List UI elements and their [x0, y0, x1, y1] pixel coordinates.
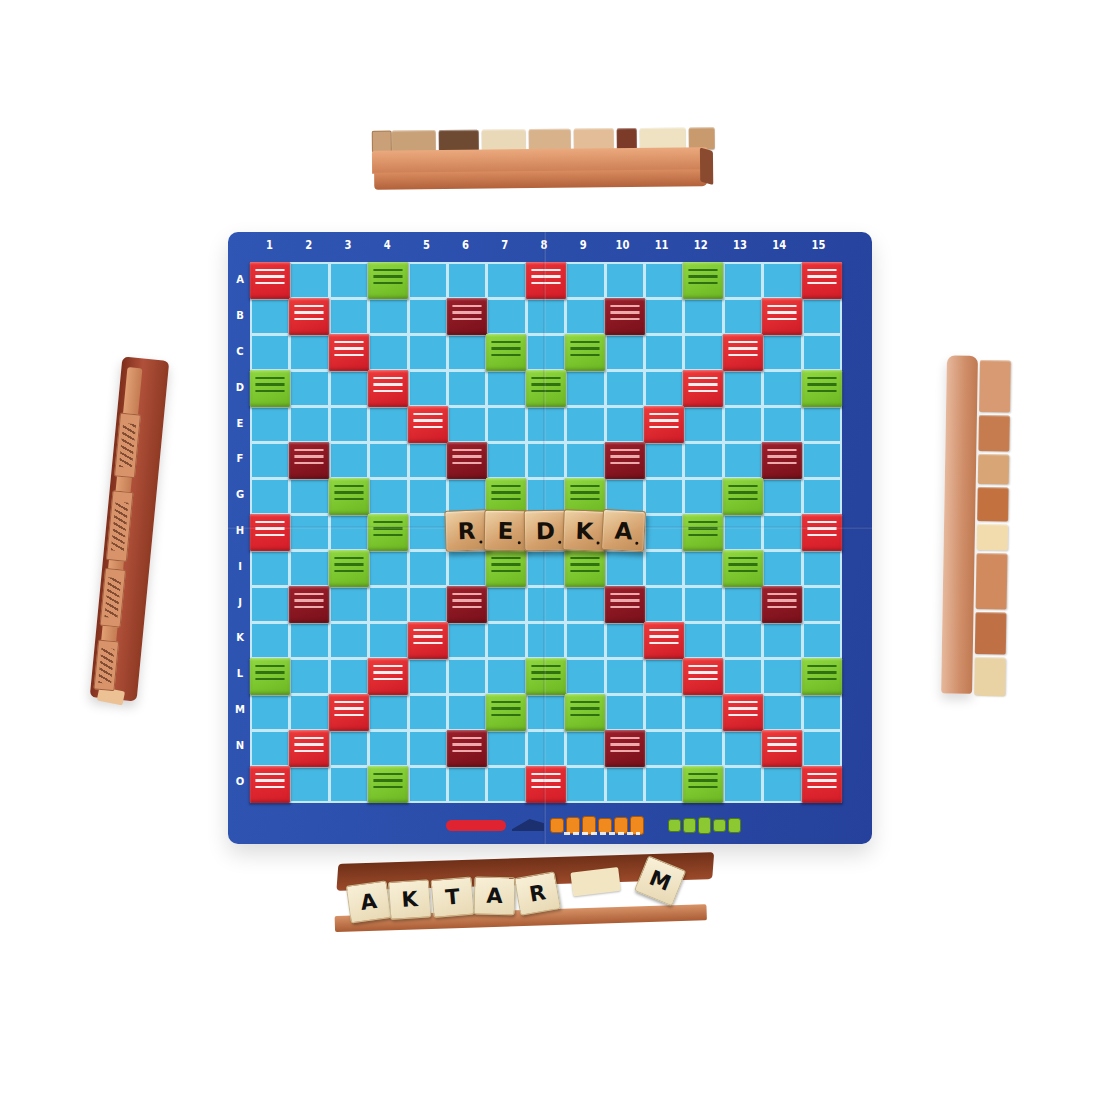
board-cell-E9[interactable] — [567, 408, 603, 441]
board-cell-I8[interactable] — [528, 552, 564, 585]
board-cell-D10[interactable] — [607, 372, 643, 405]
board-cell-J10[interactable] — [604, 586, 645, 623]
board-cell-O12[interactable] — [683, 766, 724, 803]
logo-green-letter-block — [713, 819, 726, 832]
board-cell-I14[interactable] — [764, 552, 800, 585]
board-cell-K2[interactable] — [291, 624, 327, 657]
board-cell-A7[interactable] — [488, 264, 524, 297]
board-cell-I3[interactable] — [329, 550, 370, 587]
board-cell-N7[interactable] — [488, 732, 524, 765]
board-cell-N11[interactable] — [646, 732, 682, 765]
board-cell-H4[interactable] — [368, 514, 409, 551]
board-cell-G6[interactable] — [449, 480, 485, 513]
logo-orange-letter-block — [614, 817, 628, 834]
board-cell-O6[interactable] — [449, 768, 485, 801]
board-cell-G13[interactable] — [723, 478, 764, 515]
board-cell-O1[interactable] — [250, 766, 291, 803]
logo-green-letter-block — [728, 818, 741, 833]
board-cell-D5[interactable] — [410, 372, 446, 405]
logo-green-letter-block — [683, 818, 696, 833]
board-cell-A2[interactable] — [291, 264, 327, 297]
board-cell-A11[interactable] — [646, 264, 682, 297]
board-cell-C7[interactable] — [486, 334, 527, 371]
flat-tile-back[interactable] — [570, 867, 621, 897]
board-cell-M13[interactable] — [723, 694, 764, 731]
row-label-G: G — [232, 477, 248, 513]
board-cell-B5[interactable] — [410, 300, 446, 333]
board-cell-I7[interactable] — [486, 550, 527, 587]
rack-tile-K-2[interactable]: K — [388, 879, 431, 920]
board-cell-J1[interactable] — [252, 588, 288, 621]
board-cell-G15[interactable] — [804, 480, 840, 513]
row-label-J: J — [232, 584, 248, 620]
board-cell-F12[interactable] — [685, 444, 721, 477]
board-cell-E4[interactable] — [370, 408, 406, 441]
board-cell-M8[interactable] — [528, 696, 564, 729]
board-cell-O3[interactable] — [331, 768, 367, 801]
board-cell-H12[interactable] — [683, 514, 724, 551]
column-label-2: 2 — [289, 239, 328, 260]
board-cell-J11[interactable] — [646, 588, 682, 621]
board-cell-L3[interactable] — [331, 660, 367, 693]
board-cell-M2[interactable] — [291, 696, 327, 729]
face-down-tile-left-3[interactable] — [100, 568, 126, 628]
board-cell-K4[interactable] — [370, 624, 406, 657]
board-cell-C3[interactable] — [329, 334, 370, 371]
board-cell-D15[interactable] — [801, 370, 842, 407]
row-label-L: L — [232, 656, 248, 692]
logo-swoosh-icon — [512, 819, 544, 831]
board-cell-E10[interactable] — [607, 408, 643, 441]
board-cell-E5[interactable] — [407, 406, 448, 443]
board-cell-B4[interactable] — [370, 300, 406, 333]
board-cell-C9[interactable] — [565, 334, 606, 371]
tile-letter: D — [535, 517, 555, 543]
row-label-D: D — [232, 369, 248, 405]
board-cell-O2[interactable] — [291, 768, 327, 801]
board-cell-O7[interactable] — [488, 768, 524, 801]
board-cell-H2[interactable] — [291, 516, 327, 549]
board-cell-A14[interactable] — [764, 264, 800, 297]
board-cell-H13[interactable] — [725, 516, 761, 549]
board-cell-L11[interactable] — [646, 660, 682, 693]
row-label-H: H — [232, 513, 248, 549]
board-cell-N2[interactable] — [289, 730, 330, 767]
board-cell-I2[interactable] — [291, 552, 327, 585]
board-cell-B7[interactable] — [488, 300, 524, 333]
board-cell-J15[interactable] — [804, 588, 840, 621]
logo-orange-letter-block — [598, 818, 612, 833]
board-cell-K15[interactable] — [804, 624, 840, 657]
board-cell-C13[interactable] — [723, 334, 764, 371]
board-cell-L8[interactable] — [526, 658, 567, 695]
board-cell-C1[interactable] — [252, 336, 288, 369]
board-cell-J2[interactable] — [289, 586, 330, 623]
board-cell-J4[interactable] — [370, 588, 406, 621]
board-cell-M12[interactable] — [685, 696, 721, 729]
board-cell-J9[interactable] — [567, 588, 603, 621]
board-cell-D2[interactable] — [291, 372, 327, 405]
board-cell-J3[interactable] — [331, 588, 367, 621]
rack-foot — [979, 662, 1006, 696]
board-cell-N12[interactable] — [685, 732, 721, 765]
board-cell-F11[interactable] — [646, 444, 682, 477]
board-cell-G10[interactable] — [607, 480, 643, 513]
tile-letter: A — [614, 517, 633, 544]
face-down-tile-top-8[interactable] — [689, 127, 715, 149]
board-cell-E14[interactable] — [764, 408, 800, 441]
board-cell-O13[interactable] — [725, 768, 761, 801]
board-cell-J8[interactable] — [528, 588, 564, 621]
board-cell-I13[interactable] — [723, 550, 764, 587]
board-cell-M3[interactable] — [329, 694, 370, 731]
tile-D-H8[interactable]: D — [523, 509, 567, 551]
board-cell-C2[interactable] — [291, 336, 327, 369]
rack-tile-A-1[interactable]: A — [346, 880, 392, 923]
face-down-tile-right-1[interactable] — [979, 360, 1011, 413]
face-down-tile-right-7[interactable] — [975, 612, 1007, 655]
scrabble-board: 123456789101112131415 ABCDEFGHIJKLMNO RE… — [228, 232, 872, 844]
board-cell-J13[interactable] — [725, 588, 761, 621]
board-cell-O11[interactable] — [646, 768, 682, 801]
board-cell-N4[interactable] — [370, 732, 406, 765]
board-cell-F13[interactable] — [725, 444, 761, 477]
face-down-tile-top-2[interactable] — [439, 130, 479, 152]
board-cell-I4[interactable] — [370, 552, 406, 585]
board-cell-M6[interactable] — [449, 696, 485, 729]
row-label-C: C — [232, 334, 248, 370]
face-down-tile-left-4[interactable] — [93, 640, 119, 692]
row-label-M: M — [232, 692, 248, 728]
board-cell-F9[interactable] — [567, 444, 603, 477]
board-cell-N8[interactable] — [528, 732, 564, 765]
tile-rack-right[interactable] — [935, 355, 1019, 698]
board-cell-K13[interactable] — [725, 624, 761, 657]
face-down-tile-right-4[interactable] — [977, 487, 1009, 522]
column-label-3: 3 — [328, 239, 367, 260]
rack-tile-A-4[interactable]: A — [474, 877, 516, 916]
row-label-F: F — [232, 441, 248, 477]
board-cell-C4[interactable] — [370, 336, 406, 369]
board-cell-H3[interactable] — [331, 516, 367, 549]
face-down-tile-top-6[interactable] — [617, 128, 637, 150]
board-cell-F4[interactable] — [370, 444, 406, 477]
board-cell-I11[interactable] — [646, 552, 682, 585]
board-cell-K6[interactable] — [449, 624, 485, 657]
row-label-O: O — [232, 763, 248, 799]
board-cell-F7[interactable] — [488, 444, 524, 477]
board-cell-L7[interactable] — [488, 660, 524, 693]
board-cell-N14[interactable] — [762, 730, 803, 767]
board-cell-F15[interactable] — [804, 444, 840, 477]
board-cell-C10[interactable] — [607, 336, 643, 369]
tile-rack-bottom[interactable]: AKTARM — [333, 844, 716, 944]
board-cell-L13[interactable] — [725, 660, 761, 693]
board-cell-E1[interactable] — [252, 408, 288, 441]
board-cell-O4[interactable] — [368, 766, 409, 803]
board-cell-C11[interactable] — [646, 336, 682, 369]
logo-tagline-text — [564, 832, 640, 835]
board-cell-B10[interactable] — [604, 298, 645, 335]
board-cell-E7[interactable] — [488, 408, 524, 441]
board-cell-D13[interactable] — [725, 372, 761, 405]
board-cell-B9[interactable] — [567, 300, 603, 333]
board-cell-L9[interactable] — [567, 660, 603, 693]
board-cell-L10[interactable] — [607, 660, 643, 693]
board-cell-M1[interactable] — [252, 696, 288, 729]
board-cell-A10[interactable] — [607, 264, 643, 297]
logo-orange-letter-block — [550, 818, 564, 833]
board-cell-I9[interactable] — [565, 550, 606, 587]
board-cell-M15[interactable] — [804, 696, 840, 729]
board-cell-E13[interactable] — [725, 408, 761, 441]
board-cell-C8[interactable] — [528, 336, 564, 369]
board-cell-C12[interactable] — [685, 336, 721, 369]
board-cell-D9[interactable] — [567, 372, 603, 405]
right-rack-tile-backs — [974, 360, 1011, 695]
face-down-tile-right-6[interactable] — [976, 553, 1008, 610]
board-cell-G8[interactable] — [528, 480, 564, 513]
board-cell-L4[interactable] — [368, 658, 409, 695]
board-cell-F3[interactable] — [331, 444, 367, 477]
board-cell-K8[interactable] — [528, 624, 564, 657]
board-cell-N1[interactable] — [252, 732, 288, 765]
board-cell-G14[interactable] — [764, 480, 800, 513]
board-cell-I10[interactable] — [607, 552, 643, 585]
board-cell-A6[interactable] — [449, 264, 485, 297]
board-cell-M4[interactable] — [370, 696, 406, 729]
board-cell-H1[interactable] — [250, 514, 291, 551]
board-cell-F1[interactable] — [252, 444, 288, 477]
board-cell-K12[interactable] — [685, 624, 721, 657]
column-label-7: 7 — [485, 239, 524, 260]
board-cell-F10[interactable] — [604, 442, 645, 479]
board-cell-B3[interactable] — [331, 300, 367, 333]
tile-letter: K — [575, 517, 594, 544]
board-cell-G3[interactable] — [329, 478, 370, 515]
board-cell-D11[interactable] — [646, 372, 682, 405]
board-cell-E15[interactable] — [804, 408, 840, 441]
board-cell-A15[interactable] — [801, 262, 842, 299]
face-down-tile-left-2[interactable] — [106, 490, 134, 562]
face-down-tile-right-2[interactable] — [978, 415, 1010, 452]
column-labels: 123456789101112131415 — [250, 240, 838, 258]
board-cell-N13[interactable] — [725, 732, 761, 765]
board-cell-E3[interactable] — [331, 408, 367, 441]
board-cell-M14[interactable] — [764, 696, 800, 729]
board-cell-G2[interactable] — [291, 480, 327, 513]
rack-tile-T-3[interactable]: T — [431, 877, 475, 918]
board-cell-L1[interactable] — [250, 658, 291, 695]
board-cell-I5[interactable] — [410, 552, 446, 585]
board-cell-A5[interactable] — [410, 264, 446, 297]
board-cell-G11[interactable] — [646, 480, 682, 513]
board-cell-H5[interactable] — [410, 516, 446, 549]
board-cell-D4[interactable] — [368, 370, 409, 407]
board-cell-A12[interactable] — [683, 262, 724, 299]
board-cell-L12[interactable] — [683, 658, 724, 695]
board-cell-L6[interactable] — [449, 660, 485, 693]
board-cell-N15[interactable] — [804, 732, 840, 765]
board-cell-M7[interactable] — [486, 694, 527, 731]
board-cell-E6[interactable] — [449, 408, 485, 441]
board-cell-E2[interactable] — [291, 408, 327, 441]
row-label-A: A — [232, 262, 248, 298]
rack-end-cap — [372, 131, 392, 153]
board-cell-F5[interactable] — [410, 444, 446, 477]
board-cell-F8[interactable] — [528, 444, 564, 477]
board-cell-N6[interactable] — [447, 730, 488, 767]
tile-rack-top[interactable] — [372, 125, 709, 195]
board-cell-M10[interactable] — [607, 696, 643, 729]
board-cell-B12[interactable] — [685, 300, 721, 333]
board-cell-G5[interactable] — [410, 480, 446, 513]
board-cell-J12[interactable] — [685, 588, 721, 621]
board-cell-N9[interactable] — [567, 732, 603, 765]
board-cell-B8[interactable] — [528, 300, 564, 333]
board-cell-C14[interactable] — [764, 336, 800, 369]
logo-red-pill — [446, 820, 506, 831]
board-cell-G4[interactable] — [370, 480, 406, 513]
board-cell-M5[interactable] — [410, 696, 446, 729]
column-label-10: 10 — [603, 239, 642, 260]
board-cell-O14[interactable] — [764, 768, 800, 801]
board-cell-L5[interactable] — [410, 660, 446, 693]
board-cell-D14[interactable] — [764, 372, 800, 405]
column-label-6: 6 — [446, 239, 485, 260]
board-cell-M11[interactable] — [646, 696, 682, 729]
board-cell-H11[interactable] — [646, 516, 682, 549]
column-label-5: 5 — [407, 239, 446, 260]
board-cell-O5[interactable] — [410, 768, 446, 801]
row-label-E: E — [232, 405, 248, 441]
board-cell-D8[interactable] — [526, 370, 567, 407]
row-label-I: I — [232, 548, 248, 584]
tile-A-H10[interactable]: A — [601, 508, 646, 551]
board-cell-L15[interactable] — [801, 658, 842, 695]
board-cell-B13[interactable] — [725, 300, 761, 333]
face-down-tile-left-1[interactable] — [114, 413, 141, 479]
board-cell-H14[interactable] — [764, 516, 800, 549]
board-cell-O9[interactable] — [567, 768, 603, 801]
board-cell-J14[interactable] — [762, 586, 803, 623]
board-cell-J7[interactable] — [488, 588, 524, 621]
board-cell-C6[interactable] — [449, 336, 485, 369]
board-cell-E12[interactable] — [685, 408, 721, 441]
tile-K-H9[interactable]: K — [562, 509, 606, 551]
board-cell-K3[interactable] — [331, 624, 367, 657]
board-cell-F14[interactable] — [762, 442, 803, 479]
face-down-tile-right-5[interactable] — [977, 524, 1008, 551]
column-label-9: 9 — [564, 239, 603, 260]
board-cell-O10[interactable] — [607, 768, 643, 801]
board-cell-I12[interactable] — [685, 552, 721, 585]
board-cell-D3[interactable] — [331, 372, 367, 405]
column-label-8: 8 — [524, 239, 563, 260]
board-cell-F6[interactable] — [447, 442, 488, 479]
rack-body — [90, 357, 170, 702]
board-cell-B1[interactable] — [252, 300, 288, 333]
board-cell-B11[interactable] — [646, 300, 682, 333]
rack-tile-R-5[interactable]: R — [514, 871, 561, 915]
board-cell-B2[interactable] — [289, 298, 330, 335]
board-cell-A4[interactable] — [368, 262, 409, 299]
row-label-B: B — [232, 298, 248, 334]
board-cell-I1[interactable] — [252, 552, 288, 585]
board-cell-H15[interactable] — [801, 514, 842, 551]
board-cell-G12[interactable] — [685, 480, 721, 513]
board-cell-O8[interactable] — [526, 766, 567, 803]
board-cell-N3[interactable] — [331, 732, 367, 765]
board-cell-K14[interactable] — [764, 624, 800, 657]
board-cell-A3[interactable] — [331, 264, 367, 297]
board-cell-N10[interactable] — [604, 730, 645, 767]
board-cell-D7[interactable] — [488, 372, 524, 405]
column-label-15: 15 — [799, 239, 838, 260]
board-cell-K10[interactable] — [607, 624, 643, 657]
tile-R-H6[interactable]: R — [445, 509, 489, 551]
board-cell-J6[interactable] — [447, 586, 488, 623]
rack-end-cut — [700, 147, 713, 185]
board-cell-E11[interactable] — [644, 406, 685, 443]
board-cell-A9[interactable] — [567, 264, 603, 297]
board-cell-E8[interactable] — [528, 408, 564, 441]
logo-orange-letter-block — [566, 817, 580, 834]
board-cell-B15[interactable] — [804, 300, 840, 333]
board-cell-D6[interactable] — [449, 372, 485, 405]
board-cell-K11[interactable] — [644, 622, 685, 659]
board-cell-I15[interactable] — [804, 552, 840, 585]
board-cell-O15[interactable] — [801, 766, 842, 803]
board-cell-B14[interactable] — [762, 298, 803, 335]
board-cell-K9[interactable] — [567, 624, 603, 657]
tile-letter: E — [498, 517, 514, 543]
board-cell-C15[interactable] — [804, 336, 840, 369]
board-cell-K1[interactable] — [252, 624, 288, 657]
board-cell-D1[interactable] — [250, 370, 291, 407]
board-cell-B6[interactable] — [447, 298, 488, 335]
row-labels: ABCDEFGHIJKLMNO — [232, 262, 248, 799]
board-cell-A8[interactable] — [526, 262, 567, 299]
row-label-K: K — [232, 620, 248, 656]
board-cell-L2[interactable] — [291, 660, 327, 693]
tile-rack-left[interactable] — [84, 358, 176, 706]
rack-lip — [374, 169, 707, 189]
board-cell-L14[interactable] — [764, 660, 800, 693]
board-cell-N5[interactable] — [410, 732, 446, 765]
logo-green-letter-block — [668, 819, 681, 832]
board-cell-K7[interactable] — [488, 624, 524, 657]
board-cell-A13[interactable] — [725, 264, 761, 297]
table-surface: 123456789101112131415 ABCDEFGHIJKLMNO RE… — [0, 0, 1100, 1100]
tile-letter: R — [457, 517, 476, 544]
tile-E-H7[interactable]: E — [484, 509, 528, 551]
board-cell-K5[interactable] — [407, 622, 448, 659]
row-label-N: N — [232, 727, 248, 763]
column-label-11: 11 — [642, 239, 681, 260]
column-label-4: 4 — [368, 239, 407, 260]
face-down-tile-right-3[interactable] — [978, 454, 1010, 485]
board-cell-A1[interactable] — [250, 262, 291, 299]
board-cell-G1[interactable] — [252, 480, 288, 513]
board-cell-C5[interactable] — [410, 336, 446, 369]
board-cell-F2[interactable] — [289, 442, 330, 479]
board-cell-D12[interactable] — [683, 370, 724, 407]
board-cell-I6[interactable] — [449, 552, 485, 585]
board-cell-M9[interactable] — [565, 694, 606, 731]
board-cell-J5[interactable] — [410, 588, 446, 621]
column-label-1: 1 — [250, 239, 289, 260]
